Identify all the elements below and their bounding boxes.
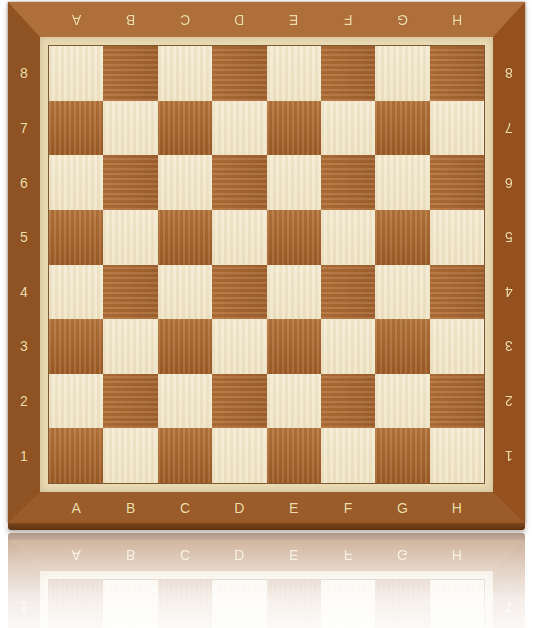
square-f1 (321, 428, 375, 483)
square-f5 (321, 210, 375, 265)
board-frame: ABCDEFGH ABCDEFGH 87654321 87654321 (8, 2, 525, 523)
coord-bottom-h: H (430, 492, 484, 523)
square-d8 (212, 46, 266, 101)
coord-right-7: 7 (493, 101, 525, 156)
square-d3 (212, 319, 266, 374)
square-b4 (103, 265, 157, 320)
square-b7 (103, 101, 157, 156)
square-f8 (321, 46, 375, 101)
coord-bottom-f: F (321, 492, 375, 523)
coord-left-2: 2 (8, 374, 40, 429)
square-h4 (430, 265, 484, 320)
coord-left-7: 7 (8, 101, 40, 156)
coord-left-3: 3 (8, 319, 40, 374)
square-d2 (212, 374, 266, 429)
square-d5 (212, 210, 266, 265)
coord-right-3: 3 (493, 319, 525, 374)
square-f6 (321, 155, 375, 210)
square-f2 (321, 374, 375, 429)
square-g5 (375, 210, 429, 265)
square-g7 (375, 101, 429, 156)
coord-bottom-b: B (103, 492, 157, 523)
square-c3 (158, 319, 212, 374)
coords-right: 87654321 (493, 46, 525, 483)
squares-grid (49, 46, 484, 483)
playing-field (40, 37, 493, 492)
coord-top-e: E (267, 2, 321, 37)
coord-bottom-d: D (212, 492, 266, 523)
square-e5 (267, 210, 321, 265)
coord-top-f: F (321, 2, 375, 37)
square-g3 (375, 319, 429, 374)
square-a8 (49, 46, 103, 101)
coord-left-8: 8 (8, 46, 40, 101)
square-h7 (430, 101, 484, 156)
coord-right-8: 8 (493, 46, 525, 101)
square-b2 (103, 374, 157, 429)
coord-bottom-g: G (375, 492, 429, 523)
square-g6 (375, 155, 429, 210)
coord-top-d: D (212, 2, 266, 37)
coord-left-5: 5 (8, 210, 40, 265)
square-e7 (267, 101, 321, 156)
coord-right-4: 4 (493, 265, 525, 320)
square-f4 (321, 265, 375, 320)
reflection-fade-overlay (8, 533, 525, 628)
square-d4 (212, 265, 266, 320)
square-a4 (49, 265, 103, 320)
square-e1 (267, 428, 321, 483)
coord-right-2: 2 (493, 374, 525, 429)
square-d7 (212, 101, 266, 156)
coord-right-5: 5 (493, 210, 525, 265)
square-b8 (103, 46, 157, 101)
coord-top-b: B (103, 2, 157, 37)
square-c8 (158, 46, 212, 101)
coord-top-g: G (375, 2, 429, 37)
square-e6 (267, 155, 321, 210)
coord-right-6: 6 (493, 155, 525, 210)
square-h6 (430, 155, 484, 210)
square-a3 (49, 319, 103, 374)
square-h8 (430, 46, 484, 101)
square-a6 (49, 155, 103, 210)
coord-left-6: 6 (8, 155, 40, 210)
square-h2 (430, 374, 484, 429)
coords-left: 87654321 (8, 46, 40, 483)
coord-left-1: 1 (8, 428, 40, 483)
square-a5 (49, 210, 103, 265)
coord-right-1: 1 (493, 428, 525, 483)
board-reflection: ABCDEFGH ABCDEFGH 87654321 87654321 (8, 533, 525, 628)
square-h5 (430, 210, 484, 265)
coord-bottom-c: C (158, 492, 212, 523)
square-h3 (430, 319, 484, 374)
square-c1 (158, 428, 212, 483)
square-c7 (158, 101, 212, 156)
coords-bottom: ABCDEFGH (49, 492, 484, 523)
square-c4 (158, 265, 212, 320)
square-e4 (267, 265, 321, 320)
square-e8 (267, 46, 321, 101)
coords-top: ABCDEFGH (49, 2, 484, 37)
coord-top-h: H (430, 2, 484, 37)
coord-left-4: 4 (8, 265, 40, 320)
square-f3 (321, 319, 375, 374)
square-h1 (430, 428, 484, 483)
square-c5 (158, 210, 212, 265)
square-f7 (321, 101, 375, 156)
board-bottom-edge (8, 523, 525, 530)
coord-top-a: A (49, 2, 103, 37)
square-g2 (375, 374, 429, 429)
square-b1 (103, 428, 157, 483)
square-a7 (49, 101, 103, 156)
square-b5 (103, 210, 157, 265)
square-a2 (49, 374, 103, 429)
square-b6 (103, 155, 157, 210)
square-g4 (375, 265, 429, 320)
square-d6 (212, 155, 266, 210)
square-g1 (375, 428, 429, 483)
coord-top-c: C (158, 2, 212, 37)
square-a1 (49, 428, 103, 483)
coord-bottom-e: E (267, 492, 321, 523)
chessboard: ABCDEFGH ABCDEFGH 87654321 87654321 (8, 2, 525, 530)
square-g8 (375, 46, 429, 101)
coord-bottom-a: A (49, 492, 103, 523)
square-c2 (158, 374, 212, 429)
square-b3 (103, 319, 157, 374)
square-e2 (267, 374, 321, 429)
product-photo-scene: ABCDEFGH ABCDEFGH 87654321 87654321 ABCD… (0, 0, 533, 628)
square-c6 (158, 155, 212, 210)
square-d1 (212, 428, 266, 483)
square-e3 (267, 319, 321, 374)
